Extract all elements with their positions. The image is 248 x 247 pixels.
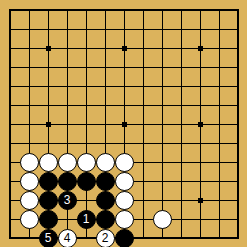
move-number-label: 5 [45,232,52,244]
white-stone: 4 [58,229,77,247]
black-stone [96,172,115,191]
black-stone [77,172,96,191]
white-stone [77,153,96,172]
star-point [198,46,203,51]
black-stone [39,210,58,229]
star-point [46,122,51,127]
white-stone [20,172,39,191]
star-point [46,46,51,51]
white-stone [39,153,58,172]
black-stone: 3 [58,191,77,210]
black-stone [96,191,115,210]
go-board: 31542 [0,0,247,247]
black-stone [58,172,77,191]
black-stone: 1 [77,210,96,229]
move-number-label: 1 [83,213,90,225]
black-stone [39,172,58,191]
board-grid: 31542 [1,1,248,247]
star-point [198,122,203,127]
star-point [198,198,203,203]
white-stone [20,153,39,172]
move-number-label: 2 [102,232,109,244]
white-stone [115,191,134,210]
star-point [122,46,127,51]
white-stone [20,191,39,210]
white-stone [153,210,172,229]
move-number-label: 3 [64,194,71,206]
black-stone: 5 [39,229,58,247]
white-stone [115,153,134,172]
white-stone [58,153,77,172]
white-stone [115,210,134,229]
white-stone [20,210,39,229]
white-stone [96,153,115,172]
white-stone: 2 [96,229,115,247]
star-point [122,122,127,127]
move-number-label: 4 [64,232,71,244]
black-stone [115,229,134,247]
black-stone [39,191,58,210]
black-stone [96,210,115,229]
white-stone [115,172,134,191]
